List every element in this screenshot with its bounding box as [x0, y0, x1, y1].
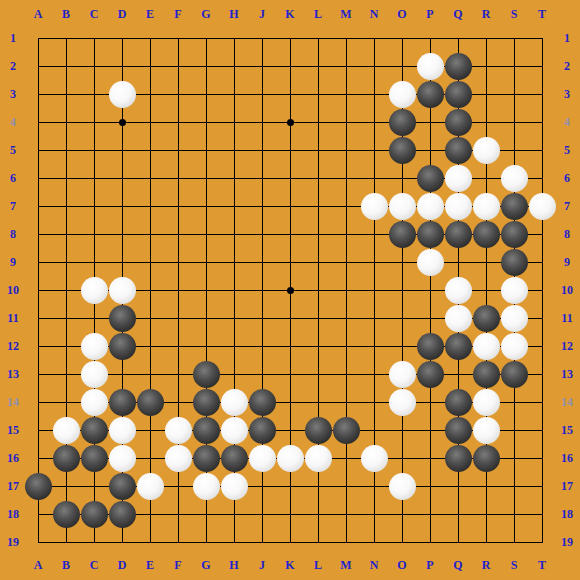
coordinate-label: 1 [0, 24, 26, 52]
white-stone [53, 417, 80, 444]
black-stone [193, 417, 220, 444]
row-labels-right: 12345678910111213141516171819 [554, 24, 580, 556]
white-stone [81, 389, 108, 416]
row-labels-left: 12345678910111213141516171819 [0, 24, 26, 556]
coordinate-label: 9 [554, 248, 580, 276]
black-stone [389, 109, 416, 136]
white-stone [81, 277, 108, 304]
black-stone [109, 473, 136, 500]
black-stone [193, 361, 220, 388]
white-stone [109, 417, 136, 444]
white-stone [221, 389, 248, 416]
coordinate-label: L [304, 554, 332, 576]
coordinate-label: E [136, 3, 164, 25]
coordinate-label: G [192, 3, 220, 25]
coordinate-label: Q [444, 3, 472, 25]
coordinate-label: 14 [0, 388, 26, 416]
coordinate-label: 7 [554, 192, 580, 220]
black-stone [417, 333, 444, 360]
white-stone [501, 165, 528, 192]
star-point [287, 119, 294, 126]
black-stone [501, 193, 528, 220]
coordinate-label: 7 [0, 192, 26, 220]
black-stone [445, 417, 472, 444]
coordinate-label: 19 [554, 528, 580, 556]
white-stone [249, 445, 276, 472]
white-stone [389, 389, 416, 416]
coordinate-label: K [276, 554, 304, 576]
coordinate-label: 17 [554, 472, 580, 500]
coordinate-label: P [416, 3, 444, 25]
coordinate-label: S [500, 554, 528, 576]
coordinate-label: 10 [0, 276, 26, 304]
white-stone [193, 473, 220, 500]
black-stone [249, 389, 276, 416]
coordinate-label: 13 [554, 360, 580, 388]
coordinate-label: T [528, 554, 556, 576]
black-stone [417, 221, 444, 248]
white-stone [473, 417, 500, 444]
coordinate-label: 8 [554, 220, 580, 248]
white-stone [109, 81, 136, 108]
white-stone [81, 333, 108, 360]
coordinate-label: 16 [0, 444, 26, 472]
coordinate-label: 11 [554, 304, 580, 332]
white-stone [445, 193, 472, 220]
coordinate-label: H [220, 3, 248, 25]
black-stone [333, 417, 360, 444]
coordinate-label: 10 [554, 276, 580, 304]
column-labels-bottom: ABCDEFGHJKLMNOPQRST [24, 554, 556, 576]
black-stone [109, 305, 136, 332]
white-stone [417, 193, 444, 220]
white-stone [445, 305, 472, 332]
white-stone [501, 305, 528, 332]
white-stone [81, 361, 108, 388]
black-stone [445, 333, 472, 360]
black-stone [109, 389, 136, 416]
coordinate-label: 17 [0, 472, 26, 500]
black-stone [473, 221, 500, 248]
coordinate-label: C [80, 3, 108, 25]
black-stone [445, 81, 472, 108]
coordinate-label: 18 [0, 500, 26, 528]
black-stone [501, 361, 528, 388]
black-stone [445, 445, 472, 472]
black-stone [473, 445, 500, 472]
coordinate-label: 3 [0, 80, 26, 108]
black-stone [53, 501, 80, 528]
coordinate-label: Q [444, 554, 472, 576]
coordinate-label: T [528, 3, 556, 25]
coordinate-label: 11 [0, 304, 26, 332]
coordinate-label: 6 [554, 164, 580, 192]
coordinate-label: J [248, 3, 276, 25]
black-stone [193, 389, 220, 416]
coordinate-label: P [416, 554, 444, 576]
white-stone [389, 81, 416, 108]
coordinate-label: F [164, 554, 192, 576]
white-stone [473, 193, 500, 220]
black-stone [109, 333, 136, 360]
black-stone [109, 501, 136, 528]
white-stone [445, 165, 472, 192]
white-stone [389, 193, 416, 220]
white-stone [277, 445, 304, 472]
coordinate-label: 13 [0, 360, 26, 388]
coordinate-label: 2 [0, 52, 26, 80]
coordinate-label: 12 [554, 332, 580, 360]
black-stone [81, 417, 108, 444]
white-stone [361, 193, 388, 220]
black-stone [137, 389, 164, 416]
coordinate-label: M [332, 3, 360, 25]
coordinate-label: 14 [554, 388, 580, 416]
coordinate-label: 6 [0, 164, 26, 192]
white-stone [137, 473, 164, 500]
white-stone [417, 53, 444, 80]
black-stone [445, 221, 472, 248]
coordinate-label: 2 [554, 52, 580, 80]
white-stone [389, 361, 416, 388]
white-stone [445, 277, 472, 304]
coordinate-label: E [136, 554, 164, 576]
black-stone [473, 361, 500, 388]
white-stone [305, 445, 332, 472]
white-stone [165, 445, 192, 472]
coordinate-label: A [24, 3, 52, 25]
white-stone [221, 473, 248, 500]
coordinate-label: 18 [554, 500, 580, 528]
black-stone [445, 53, 472, 80]
coordinate-label: 5 [554, 136, 580, 164]
coordinate-label: O [388, 3, 416, 25]
black-stone [417, 361, 444, 388]
coordinate-label: 16 [554, 444, 580, 472]
coordinate-label: 5 [0, 136, 26, 164]
coordinate-label: C [80, 554, 108, 576]
coordinate-label: M [332, 554, 360, 576]
coordinate-label: L [304, 3, 332, 25]
coordinate-label: H [220, 554, 248, 576]
coordinate-label: 15 [0, 416, 26, 444]
coordinate-label: R [472, 3, 500, 25]
black-stone [81, 501, 108, 528]
white-stone [109, 445, 136, 472]
coordinate-label: B [52, 554, 80, 576]
black-stone [389, 137, 416, 164]
coordinate-label: 3 [554, 80, 580, 108]
black-stone [445, 389, 472, 416]
white-stone [417, 249, 444, 276]
black-stone [473, 305, 500, 332]
coordinate-label: N [360, 3, 388, 25]
white-stone [165, 417, 192, 444]
coordinate-label: 4 [0, 108, 26, 136]
coordinate-label: B [52, 3, 80, 25]
black-stone [305, 417, 332, 444]
black-stone [389, 221, 416, 248]
coordinate-label: 8 [0, 220, 26, 248]
white-stone [473, 333, 500, 360]
black-stone [221, 445, 248, 472]
coordinate-label: 1 [554, 24, 580, 52]
column-labels-top: ABCDEFGHJKLMNOPQRST [24, 3, 556, 25]
coordinate-label: N [360, 554, 388, 576]
go-board: ABCDEFGHJKLMNOPQRST ABCDEFGHJKLMNOPQRST … [0, 0, 580, 580]
black-stone [249, 417, 276, 444]
white-stone [529, 193, 556, 220]
black-stone [193, 445, 220, 472]
white-stone [473, 389, 500, 416]
coordinate-label: 9 [0, 248, 26, 276]
white-stone [109, 277, 136, 304]
coordinate-label: 15 [554, 416, 580, 444]
black-stone [445, 137, 472, 164]
coordinate-label: K [276, 3, 304, 25]
white-stone [473, 137, 500, 164]
coordinate-label: O [388, 554, 416, 576]
white-stone [501, 333, 528, 360]
black-stone [501, 249, 528, 276]
white-stone [501, 277, 528, 304]
black-stone [25, 473, 52, 500]
coordinate-label: F [164, 3, 192, 25]
star-point [287, 287, 294, 294]
coordinate-label: A [24, 554, 52, 576]
coordinate-label: D [108, 3, 136, 25]
coordinate-label: J [248, 554, 276, 576]
coordinate-label: S [500, 3, 528, 25]
board-grid[interactable] [24, 24, 556, 556]
star-point [119, 119, 126, 126]
white-stone [361, 445, 388, 472]
black-stone [53, 445, 80, 472]
black-stone [417, 81, 444, 108]
coordinate-label: R [472, 554, 500, 576]
black-stone [501, 221, 528, 248]
white-stone [221, 417, 248, 444]
coordinate-label: D [108, 554, 136, 576]
coordinate-label: 4 [554, 108, 580, 136]
black-stone [81, 445, 108, 472]
white-stone [389, 473, 416, 500]
black-stone [417, 165, 444, 192]
coordinate-label: 12 [0, 332, 26, 360]
black-stone [445, 109, 472, 136]
coordinate-label: G [192, 554, 220, 576]
coordinate-label: 19 [0, 528, 26, 556]
